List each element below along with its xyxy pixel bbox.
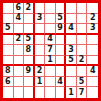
cell-r7c9-given-4[interactable]: 4 bbox=[87, 66, 98, 77]
cell-r7c5-empty[interactable] bbox=[45, 66, 56, 77]
cell-r8c5-empty[interactable] bbox=[45, 77, 56, 88]
cell-r1c6-empty[interactable] bbox=[56, 3, 67, 14]
cell-r5c1-empty[interactable] bbox=[3, 45, 14, 56]
cell-r8c2-empty[interactable] bbox=[14, 77, 25, 88]
cell-r9c2-empty[interactable] bbox=[14, 87, 25, 98]
cell-r9c5-empty[interactable] bbox=[45, 87, 56, 98]
cell-r7c8-empty[interactable] bbox=[77, 66, 88, 77]
cell-r1c5-empty[interactable] bbox=[45, 3, 56, 14]
cell-r7c7-empty[interactable] bbox=[66, 66, 77, 77]
cell-r3c5-empty[interactable] bbox=[45, 24, 56, 35]
cell-r8c7-empty[interactable] bbox=[66, 77, 77, 88]
cell-r3c6-given-9[interactable]: 9 bbox=[56, 24, 67, 35]
cell-r6c1-empty[interactable] bbox=[3, 56, 14, 67]
cell-r1c9-empty[interactable] bbox=[87, 3, 98, 14]
cell-r1c4-empty[interactable] bbox=[35, 3, 46, 14]
cell-r4c8-empty[interactable] bbox=[77, 35, 88, 46]
cell-r4c9-empty[interactable] bbox=[87, 35, 98, 46]
cell-r9c9-empty[interactable] bbox=[87, 87, 98, 98]
cell-r8c1-given-6[interactable]: 6 bbox=[3, 77, 14, 88]
cell-r5c9-empty[interactable] bbox=[87, 45, 98, 56]
cell-r7c3-given-9[interactable]: 9 bbox=[24, 66, 35, 77]
cell-r9c1-empty[interactable] bbox=[3, 87, 14, 98]
cell-r6c8-given-2[interactable]: 2 bbox=[77, 56, 88, 67]
cell-r2c8-empty[interactable] bbox=[77, 14, 88, 25]
cell-r4c5-given-4[interactable]: 4 bbox=[45, 35, 56, 46]
cell-r5c4-empty[interactable] bbox=[35, 45, 46, 56]
cell-r8c8-given-5[interactable]: 5 bbox=[77, 77, 88, 88]
cell-r3c9-given-3[interactable]: 3 bbox=[87, 24, 98, 35]
cell-r3c3-empty[interactable] bbox=[24, 24, 35, 35]
cell-r5c6-empty[interactable] bbox=[56, 45, 67, 56]
cell-r9c4-empty[interactable] bbox=[35, 87, 46, 98]
cell-r9c7-given-1[interactable]: 1 bbox=[66, 87, 77, 98]
cell-r1c2-given-6[interactable]: 6 bbox=[14, 3, 25, 14]
cell-r3c8-empty[interactable] bbox=[77, 24, 88, 35]
cell-r4c2-given-2[interactable]: 2 bbox=[14, 35, 25, 46]
cell-r9c8-given-7[interactable]: 7 bbox=[77, 87, 88, 98]
cell-r6c5-given-1[interactable]: 1 bbox=[45, 56, 56, 67]
cell-r6c3-empty[interactable] bbox=[24, 56, 35, 67]
cell-r1c8-empty[interactable] bbox=[77, 3, 88, 14]
cell-r8c9-empty[interactable] bbox=[87, 77, 98, 88]
cell-r2c5-empty[interactable] bbox=[45, 14, 56, 25]
cell-r3c1-given-5[interactable]: 5 bbox=[3, 24, 14, 35]
cell-r9c3-empty[interactable] bbox=[24, 87, 35, 98]
cell-r8c4-given-1[interactable]: 1 bbox=[35, 77, 46, 88]
cell-r1c7-empty[interactable] bbox=[66, 3, 77, 14]
cell-r6c6-empty[interactable] bbox=[56, 56, 67, 67]
cell-r4c7-empty[interactable] bbox=[66, 35, 77, 46]
sudoku-board: 62435259432548731528924614517 bbox=[0, 0, 101, 101]
cell-r6c7-given-5[interactable]: 5 bbox=[66, 56, 77, 67]
cell-r2c2-given-4[interactable]: 4 bbox=[14, 14, 25, 25]
cell-r4c3-given-5[interactable]: 5 bbox=[24, 35, 35, 46]
cell-r1c3-given-2[interactable]: 2 bbox=[24, 3, 35, 14]
cell-r7c2-empty[interactable] bbox=[14, 66, 25, 77]
cell-r1c1-empty[interactable] bbox=[3, 3, 14, 14]
cell-r2c4-given-3[interactable]: 3 bbox=[35, 14, 46, 25]
cell-r6c2-empty[interactable] bbox=[14, 56, 25, 67]
cell-r4c6-empty[interactable] bbox=[56, 35, 67, 46]
cell-r4c1-empty[interactable] bbox=[3, 35, 14, 46]
cell-r2c3-empty[interactable] bbox=[24, 14, 35, 25]
cell-r8c6-given-4[interactable]: 4 bbox=[56, 77, 67, 88]
cell-r7c1-given-8[interactable]: 8 bbox=[3, 66, 14, 77]
cell-r3c4-empty[interactable] bbox=[35, 24, 46, 35]
cell-r3c2-empty[interactable] bbox=[14, 24, 25, 35]
cell-r5c3-given-8[interactable]: 8 bbox=[24, 45, 35, 56]
cell-r7c6-empty[interactable] bbox=[56, 66, 67, 77]
cell-r8c3-empty[interactable] bbox=[24, 77, 35, 88]
cell-r9c6-empty[interactable] bbox=[56, 87, 67, 98]
cell-r5c2-empty[interactable] bbox=[14, 45, 25, 56]
cell-r7c4-given-2[interactable]: 2 bbox=[35, 66, 46, 77]
cell-r4c4-empty[interactable] bbox=[35, 35, 46, 46]
cell-r6c9-empty[interactable] bbox=[87, 56, 98, 67]
cell-r3c7-given-4[interactable]: 4 bbox=[66, 24, 77, 35]
cell-r6c4-empty[interactable] bbox=[35, 56, 46, 67]
